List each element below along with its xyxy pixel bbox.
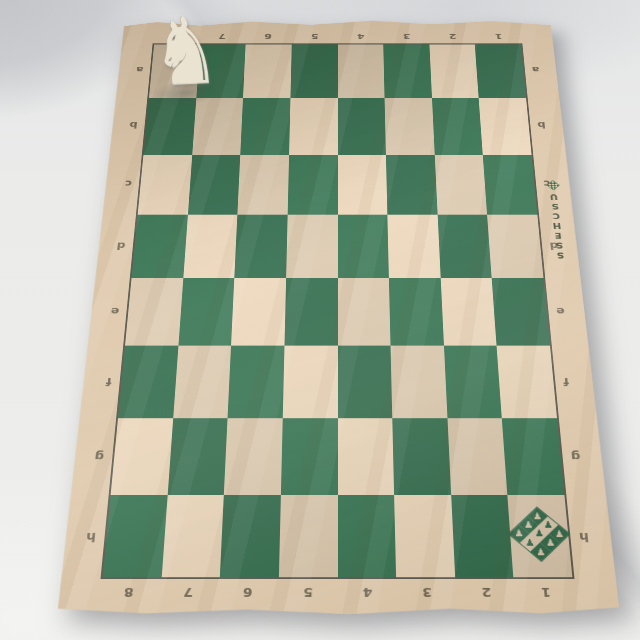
board-cell-h2 xyxy=(451,495,514,577)
board-cell-e8 xyxy=(125,278,183,346)
board-cell-g4 xyxy=(338,418,395,495)
board-cell-b3 xyxy=(385,98,435,155)
board-cell-c1 xyxy=(483,155,537,215)
rank-label: 2 xyxy=(429,32,476,41)
wordmark-letter: C xyxy=(552,211,560,220)
rank-label: 3 xyxy=(397,585,457,599)
uschess-diamond-icon xyxy=(546,180,560,190)
board-cell-c4 xyxy=(338,155,388,215)
board-cell-e3 xyxy=(389,278,444,346)
board-cell-f1 xyxy=(497,346,557,418)
rank-label: 5 xyxy=(278,585,338,599)
rank-label: 4 xyxy=(338,32,384,41)
board-cell-d3 xyxy=(387,214,440,278)
pawn-diamond-corner-logo: ♟♟♟♟♟♟♟♟♟ xyxy=(509,508,569,561)
rank-label: 8 xyxy=(99,585,160,599)
board-cell-a1 xyxy=(475,44,526,97)
file-label: h xyxy=(575,496,593,579)
board-cell-f7 xyxy=(173,346,231,418)
board-cell-a2 xyxy=(429,44,479,97)
rank-label: 6 xyxy=(218,585,278,599)
file-label: a xyxy=(133,43,146,97)
wordmark-letter: E xyxy=(554,231,562,240)
board-cell-e2 xyxy=(440,278,496,346)
board-cell-f6 xyxy=(228,346,285,418)
board-cell-a6 xyxy=(243,44,291,97)
wordmark-letter: S xyxy=(555,240,563,249)
board-cell-d7 xyxy=(183,214,238,278)
board-cell-g1 xyxy=(502,418,564,495)
file-label: g xyxy=(90,419,107,496)
board-cell-d5 xyxy=(286,214,337,278)
rank-label: 5 xyxy=(291,32,337,41)
file-label: a xyxy=(529,43,542,97)
board-cell-h1: ♟♟♟♟♟♟♟♟♟ xyxy=(508,495,573,577)
board-cell-c5 xyxy=(288,155,338,215)
photo-scene: 87654321 87654321 abcdefgh abcdefgh ♟♟♟♟… xyxy=(0,0,640,640)
wordmark-letter: S xyxy=(551,202,559,211)
board-cell-b5 xyxy=(289,98,338,155)
board-cell-g2 xyxy=(447,418,507,495)
rank-label: 7 xyxy=(158,585,218,599)
board-cell-g6 xyxy=(224,418,283,495)
board-cell-h6 xyxy=(220,495,281,577)
board-cell-c3 xyxy=(386,155,437,215)
board-cell-a5 xyxy=(290,44,337,97)
board-cell-f3 xyxy=(391,346,448,418)
board-cell-g8 xyxy=(111,418,173,495)
file-label: g xyxy=(567,419,584,496)
rank-labels-bottom: 87654321 xyxy=(97,579,578,615)
board-cell-h8 xyxy=(103,495,168,577)
board-cell-b1 xyxy=(479,98,532,155)
file-label: d xyxy=(113,214,128,278)
board-cell-c2 xyxy=(435,155,488,215)
board-cell-e6 xyxy=(231,278,286,346)
white-knight-piece: ♞ xyxy=(151,5,221,100)
board-cell-e5 xyxy=(284,278,337,346)
board-cell-h5 xyxy=(279,495,338,577)
rank-label: 1 xyxy=(516,585,577,599)
board-cell-c6 xyxy=(238,155,289,215)
board-cell-b7 xyxy=(192,98,243,155)
board-cell-e1 xyxy=(492,278,550,346)
board-cell-a4 xyxy=(338,44,385,97)
rank-label: 1 xyxy=(475,32,522,41)
board-cell-e4 xyxy=(338,278,391,346)
file-label: c xyxy=(122,154,135,214)
rank-label: 6 xyxy=(245,32,291,41)
board-cell-f8 xyxy=(118,346,178,418)
file-label: e xyxy=(553,278,568,346)
file-label: f xyxy=(102,346,115,419)
board-cell-b2 xyxy=(432,98,483,155)
board-cell-g7 xyxy=(167,418,227,495)
board-cell-h4 xyxy=(338,495,397,577)
vinyl-sheet-perspective: 87654321 87654321 abcdefgh abcdefgh ♟♟♟♟… xyxy=(55,19,620,615)
board-cell-e7 xyxy=(178,278,234,346)
board-cell-c7 xyxy=(188,155,241,215)
board-cell-d8 xyxy=(132,214,188,278)
board-cell-f2 xyxy=(444,346,502,418)
wordmark-letter: S xyxy=(556,250,564,259)
file-label: b xyxy=(126,97,140,154)
board-cell-b4 xyxy=(338,98,387,155)
file-label: f xyxy=(560,346,573,419)
rank-label: 4 xyxy=(338,585,398,599)
board-cell-d1 xyxy=(487,214,543,278)
chessboard-grid: ♟♟♟♟♟♟♟♟♟ xyxy=(101,43,575,579)
board-cell-g3 xyxy=(392,418,451,495)
board-cell-c8 xyxy=(138,155,192,215)
rank-label: 3 xyxy=(383,32,429,41)
board-cell-d4 xyxy=(338,214,389,278)
rank-label: 2 xyxy=(456,585,516,599)
board-cell-d2 xyxy=(437,214,492,278)
vinyl-board-sheet: 87654321 87654321 abcdefgh abcdefgh ♟♟♟♟… xyxy=(55,19,620,615)
board-cell-g5 xyxy=(281,418,338,495)
file-label: b xyxy=(535,97,549,154)
board-cell-a3 xyxy=(383,44,431,97)
board-cell-h7 xyxy=(161,495,224,577)
board-cell-b6 xyxy=(240,98,290,155)
board-cell-f4 xyxy=(338,346,393,418)
board-cell-f5 xyxy=(283,346,338,418)
file-label: e xyxy=(107,278,122,346)
wordmark-letter: H xyxy=(552,221,561,230)
board-cell-d6 xyxy=(235,214,288,278)
wordmark-letter: U xyxy=(549,192,558,201)
file-label: h xyxy=(82,496,100,579)
board-cell-h3 xyxy=(394,495,455,577)
